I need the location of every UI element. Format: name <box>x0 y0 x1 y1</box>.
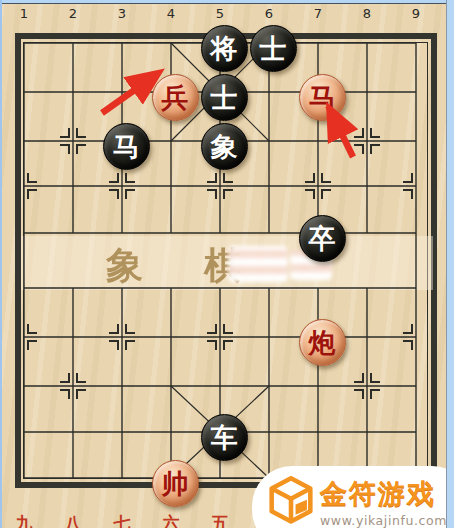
annotation-arrows <box>0 0 454 528</box>
xiangqi-game-screen: 象 棋 123456789 九八七六五 将士兵士马马象卒炮车帅 金符游戏 www… <box>0 0 454 528</box>
window-edge-left <box>0 0 2 528</box>
site-logo[interactable]: 金符游戏 www.yikajinfu.com <box>252 466 454 528</box>
logo-texts: 金符游戏 www.yikajinfu.com <box>320 476 447 528</box>
cube-icon <box>268 476 314 526</box>
window-edge-top-line <box>0 3 454 4</box>
window-edge-right <box>446 0 454 528</box>
logo-title: 金符游戏 <box>320 476 447 512</box>
logo-url: www.yikajinfu.com <box>320 513 447 528</box>
